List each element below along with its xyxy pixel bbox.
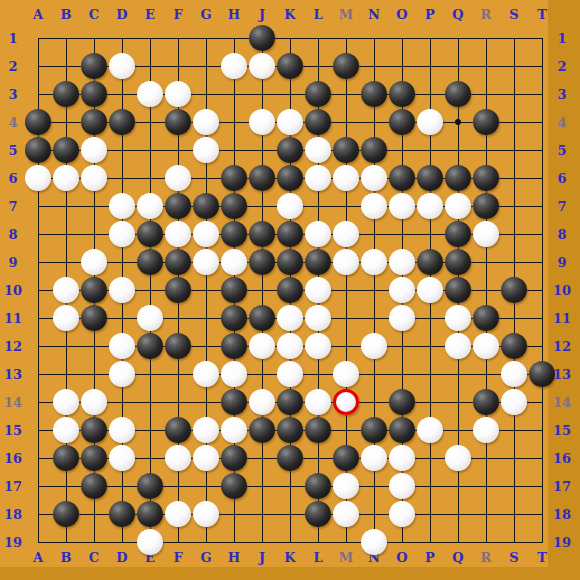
black-stone-F7 [165, 193, 191, 219]
black-stone-F9 [165, 249, 191, 275]
white-stone-C6 [81, 165, 107, 191]
white-stone-B15 [53, 417, 79, 443]
white-stone-N7 [361, 193, 387, 219]
white-stone-K11 [277, 305, 303, 331]
row-label-left-17: 17 [3, 472, 23, 500]
black-stone-C11 [81, 305, 107, 331]
black-stone-L15 [305, 417, 331, 443]
black-stone-N3 [361, 81, 387, 107]
white-stone-B10 [53, 277, 79, 303]
black-stone-H7 [221, 193, 247, 219]
black-stone-S10 [501, 277, 527, 303]
black-stone-R4 [473, 109, 499, 135]
white-stone-N19 [361, 529, 387, 555]
white-stone-G9 [193, 249, 219, 275]
go-board-screen: ABCDEFGHJKLMNOPQRST ABCDEFGHJKLMNOPQRST … [0, 0, 580, 580]
black-stone-Q8 [445, 221, 471, 247]
white-stone-P7 [417, 193, 443, 219]
white-stone-D13 [109, 361, 135, 387]
black-stone-C3 [81, 81, 107, 107]
black-stone-H17 [221, 473, 247, 499]
white-stone-C5 [81, 137, 107, 163]
white-stone-O10 [389, 277, 415, 303]
row-label-left-9: 9 [3, 248, 23, 276]
row-label-left-13: 13 [3, 360, 23, 388]
white-stone-J14 [249, 389, 275, 415]
black-stone-J15 [249, 417, 275, 443]
black-stone-J9 [249, 249, 275, 275]
black-stone-L3 [305, 81, 331, 107]
white-stone-S13 [501, 361, 527, 387]
white-stone-F16 [165, 445, 191, 471]
col-label-top-E: E [136, 6, 164, 22]
white-stone-Q12 [445, 333, 471, 359]
black-stone-Q6 [445, 165, 471, 191]
row-label-left-6: 6 [3, 164, 23, 192]
white-stone-K7 [277, 193, 303, 219]
white-stone-L11 [305, 305, 331, 331]
white-stone-L14 [305, 389, 331, 415]
black-stone-G7 [193, 193, 219, 219]
black-stone-L17 [305, 473, 331, 499]
black-stone-K2 [277, 53, 303, 79]
white-stone-O11 [389, 305, 415, 331]
black-stone-K8 [277, 221, 303, 247]
white-stone-J12 [249, 333, 275, 359]
white-stone-D12 [109, 333, 135, 359]
black-stone-H6 [221, 165, 247, 191]
black-stone-K10 [277, 277, 303, 303]
black-stone-O15 [389, 417, 415, 443]
white-stone-D10 [109, 277, 135, 303]
white-stone-O18 [389, 501, 415, 527]
black-stone-N5 [361, 137, 387, 163]
white-stone-Q16 [445, 445, 471, 471]
white-stone-P4 [417, 109, 443, 135]
white-stone-G15 [193, 417, 219, 443]
black-stone-J1 [249, 25, 275, 51]
black-stone-K16 [277, 445, 303, 471]
white-stone-R12 [473, 333, 499, 359]
black-stone-H11 [221, 305, 247, 331]
go-board[interactable] [24, 24, 556, 556]
col-label-top-F: F [164, 6, 192, 22]
white-stone-N16 [361, 445, 387, 471]
black-stone-Q10 [445, 277, 471, 303]
black-stone-L18 [305, 501, 331, 527]
black-stone-B18 [53, 501, 79, 527]
white-stone-G18 [193, 501, 219, 527]
black-stone-P6 [417, 165, 443, 191]
black-stone-H8 [221, 221, 247, 247]
white-stone-H2 [221, 53, 247, 79]
black-stone-A5 [25, 137, 51, 163]
black-stone-E8 [137, 221, 163, 247]
row-label-left-14: 14 [3, 388, 23, 416]
black-stone-L4 [305, 109, 331, 135]
white-stone-F18 [165, 501, 191, 527]
black-stone-A4 [25, 109, 51, 135]
white-stone-E3 [137, 81, 163, 107]
column-labels-top: ABCDEFGHJKLMNOPQRST [24, 6, 556, 22]
col-label-top-Q: Q [444, 6, 472, 22]
black-stone-E17 [137, 473, 163, 499]
white-stone-H9 [221, 249, 247, 275]
white-stone-D15 [109, 417, 135, 443]
black-stone-H10 [221, 277, 247, 303]
black-stone-C17 [81, 473, 107, 499]
black-stone-K5 [277, 137, 303, 163]
row-label-left-5: 5 [3, 136, 23, 164]
white-stone-G8 [193, 221, 219, 247]
white-stone-L5 [305, 137, 331, 163]
black-stone-E18 [137, 501, 163, 527]
row-label-left-7: 7 [3, 192, 23, 220]
star-point-Q4 [455, 119, 461, 125]
black-stone-M16 [333, 445, 359, 471]
col-label-top-B: B [52, 6, 80, 22]
black-stone-C4 [81, 109, 107, 135]
white-stone-D8 [109, 221, 135, 247]
white-stone-O17 [389, 473, 415, 499]
col-label-top-C: C [80, 6, 108, 22]
black-stone-K14 [277, 389, 303, 415]
white-stone-M9 [333, 249, 359, 275]
white-stone-G16 [193, 445, 219, 471]
white-stone-H15 [221, 417, 247, 443]
white-stone-K12 [277, 333, 303, 359]
black-stone-O4 [389, 109, 415, 135]
black-stone-O3 [389, 81, 415, 107]
col-label-top-D: D [108, 6, 136, 22]
black-stone-H12 [221, 333, 247, 359]
black-stone-O6 [389, 165, 415, 191]
white-stone-B11 [53, 305, 79, 331]
black-stone-J6 [249, 165, 275, 191]
black-stone-F10 [165, 277, 191, 303]
white-stone-E7 [137, 193, 163, 219]
white-stone-F6 [165, 165, 191, 191]
white-stone-L6 [305, 165, 331, 191]
black-stone-P9 [417, 249, 443, 275]
black-stone-H14 [221, 389, 247, 415]
black-stone-J8 [249, 221, 275, 247]
col-label-top-G: G [192, 6, 220, 22]
white-stone-O16 [389, 445, 415, 471]
black-stone-R11 [473, 305, 499, 331]
white-stone-M13 [333, 361, 359, 387]
white-stone-M8 [333, 221, 359, 247]
white-stone-D2 [109, 53, 135, 79]
black-stone-L9 [305, 249, 331, 275]
black-stone-K9 [277, 249, 303, 275]
white-stone-K13 [277, 361, 303, 387]
black-stone-J11 [249, 305, 275, 331]
col-label-top-R: R [472, 6, 500, 22]
white-stone-B6 [53, 165, 79, 191]
white-stone-E11 [137, 305, 163, 331]
white-stone-L8 [305, 221, 331, 247]
col-label-top-O: O [388, 6, 416, 22]
black-stone-F15 [165, 417, 191, 443]
white-stone-D16 [109, 445, 135, 471]
row-label-left-15: 15 [3, 416, 23, 444]
white-stone-M18 [333, 501, 359, 527]
black-stone-K6 [277, 165, 303, 191]
white-stone-M14 [333, 389, 359, 415]
white-stone-L12 [305, 333, 331, 359]
row-label-left-11: 11 [3, 304, 23, 332]
black-stone-D18 [109, 501, 135, 527]
white-stone-Q11 [445, 305, 471, 331]
col-label-top-M: M [332, 6, 360, 22]
white-stone-Q7 [445, 193, 471, 219]
white-stone-N9 [361, 249, 387, 275]
black-stone-E12 [137, 333, 163, 359]
black-stone-M2 [333, 53, 359, 79]
black-stone-O14 [389, 389, 415, 415]
white-stone-G13 [193, 361, 219, 387]
black-stone-S12 [501, 333, 527, 359]
row-label-left-18: 18 [3, 500, 23, 528]
white-stone-R8 [473, 221, 499, 247]
black-stone-H16 [221, 445, 247, 471]
white-stone-L10 [305, 277, 331, 303]
white-stone-D7 [109, 193, 135, 219]
black-stone-R7 [473, 193, 499, 219]
black-stone-C2 [81, 53, 107, 79]
white-stone-N6 [361, 165, 387, 191]
white-stone-A6 [25, 165, 51, 191]
white-stone-B14 [53, 389, 79, 415]
black-stone-D4 [109, 109, 135, 135]
col-label-top-T: T [528, 6, 556, 22]
white-stone-F3 [165, 81, 191, 107]
black-stone-B5 [53, 137, 79, 163]
col-label-top-K: K [276, 6, 304, 22]
black-stone-E9 [137, 249, 163, 275]
white-stone-S14 [501, 389, 527, 415]
white-stone-M6 [333, 165, 359, 191]
black-stone-B3 [53, 81, 79, 107]
black-stone-N15 [361, 417, 387, 443]
white-stone-F8 [165, 221, 191, 247]
white-stone-R15 [473, 417, 499, 443]
white-stone-H13 [221, 361, 247, 387]
row-label-left-12: 12 [3, 332, 23, 360]
white-stone-J4 [249, 109, 275, 135]
col-label-top-P: P [416, 6, 444, 22]
black-stone-C15 [81, 417, 107, 443]
white-stone-P15 [417, 417, 443, 443]
black-stone-Q9 [445, 249, 471, 275]
black-stone-F4 [165, 109, 191, 135]
black-stone-C16 [81, 445, 107, 471]
row-label-left-19: 19 [3, 528, 23, 556]
row-label-left-16: 16 [3, 444, 23, 472]
black-stone-B16 [53, 445, 79, 471]
row-label-left-2: 2 [3, 52, 23, 80]
col-label-top-J: J [248, 6, 276, 22]
white-stone-E19 [137, 529, 163, 555]
row-labels-left: 12345678910111213141516171819 [3, 24, 23, 556]
white-stone-K4 [277, 109, 303, 135]
row-label-left-4: 4 [3, 108, 23, 136]
black-stone-Q3 [445, 81, 471, 107]
black-stone-T13 [529, 361, 555, 387]
row-label-left-3: 3 [3, 80, 23, 108]
row-label-left-8: 8 [3, 220, 23, 248]
row-label-left-1: 1 [3, 24, 23, 52]
row-label-left-10: 10 [3, 276, 23, 304]
board-edge-bottom [0, 567, 580, 580]
white-stone-J2 [249, 53, 275, 79]
black-stone-R14 [473, 389, 499, 415]
white-stone-G5 [193, 137, 219, 163]
black-stone-R6 [473, 165, 499, 191]
col-label-top-L: L [304, 6, 332, 22]
white-stone-C9 [81, 249, 107, 275]
col-label-top-A: A [24, 6, 52, 22]
col-label-top-N: N [360, 6, 388, 22]
col-label-top-H: H [220, 6, 248, 22]
white-stone-G4 [193, 109, 219, 135]
white-stone-P10 [417, 277, 443, 303]
white-stone-O7 [389, 193, 415, 219]
black-stone-C10 [81, 277, 107, 303]
black-stone-M5 [333, 137, 359, 163]
black-stone-K15 [277, 417, 303, 443]
white-stone-N12 [361, 333, 387, 359]
white-stone-O9 [389, 249, 415, 275]
col-label-top-S: S [500, 6, 528, 22]
black-stone-F12 [165, 333, 191, 359]
white-stone-M17 [333, 473, 359, 499]
white-stone-C14 [81, 389, 107, 415]
